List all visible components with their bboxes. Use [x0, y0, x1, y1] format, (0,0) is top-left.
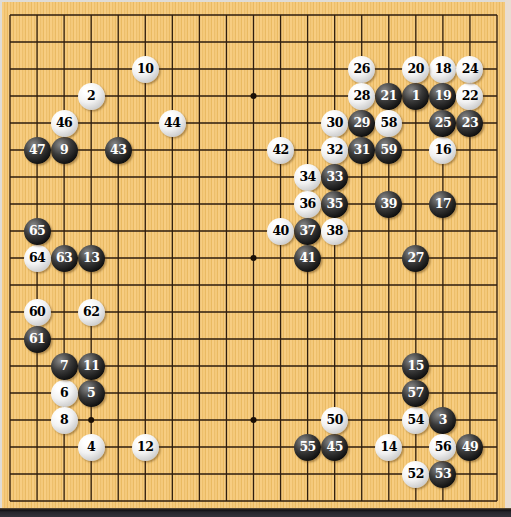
stone-26-white-O17[interactable]: 26 [348, 56, 375, 83]
stone-move-number: 29 [353, 117, 369, 130]
stone-move-number: 30 [326, 117, 342, 130]
stone-30-white-N15[interactable]: 30 [321, 110, 348, 137]
stone-2-white-D16[interactable]: 2 [78, 83, 105, 110]
stone-23-black-S15[interactable]: 23 [456, 110, 483, 137]
stone-move-number: 10 [137, 63, 153, 76]
stone-55-black-M3[interactable]: 55 [294, 434, 321, 461]
stone-move-number: 6 [60, 387, 68, 400]
stone-33-black-N13[interactable]: 33 [321, 164, 348, 191]
stone-move-number: 23 [462, 117, 478, 130]
stone-move-number: 34 [299, 171, 315, 184]
stone-move-number: 15 [408, 360, 424, 373]
stone-move-number: 20 [408, 63, 424, 76]
stone-21-black-P16[interactable]: 21 [375, 83, 402, 110]
stone-move-number: 50 [326, 414, 342, 427]
stone-39-black-O12[interactable]: 39 [375, 191, 402, 218]
stone-move-number: 12 [137, 441, 153, 454]
stone-move-number: 55 [299, 441, 315, 454]
stone-16-white-R14[interactable]: 16 [429, 137, 456, 164]
stone-46-white-C15[interactable]: 46 [51, 110, 78, 137]
stone-44-white-G15[interactable]: 44 [159, 110, 186, 137]
stone-move-number: 21 [381, 90, 397, 103]
stone-58-white-P15[interactable]: 58 [375, 110, 402, 137]
stone-31-black-O14[interactable]: 31 [348, 137, 375, 164]
stone-move-number: 59 [381, 144, 397, 157]
stone-move-number: 52 [408, 468, 424, 481]
stone-19-black-R16[interactable]: 19 [429, 83, 456, 110]
stone-move-number: 27 [408, 252, 424, 265]
stone-move-number: 32 [326, 144, 342, 157]
stone-move-number: 65 [29, 225, 45, 238]
stone-move-number: 11 [83, 360, 99, 373]
stone-1-black-Q16[interactable]: 1 [402, 83, 429, 110]
stone-9-black-C14[interactable]: 9 [51, 137, 78, 164]
stone-move-number: 13 [83, 252, 99, 265]
stone-40-white-L11[interactable]: 40 [267, 218, 294, 245]
stone-62-white-D8[interactable]: 62 [78, 299, 105, 326]
stone-41-black-M10[interactable]: 41 [294, 245, 321, 272]
stone-54-white-Q4[interactable]: 54 [402, 407, 429, 434]
stone-move-number: 63 [56, 252, 72, 265]
stone-37-black-M11[interactable]: 37 [294, 218, 321, 245]
stone-10-white-F17[interactable]: 10 [132, 56, 159, 83]
stone-52-white-Q2[interactable]: 52 [402, 461, 429, 488]
stone-49-black-S3[interactable]: 49 [456, 434, 483, 461]
stone-move-number: 24 [462, 63, 478, 76]
stone-59-black-P14[interactable]: 59 [375, 137, 402, 164]
stone-move-number: 14 [381, 441, 397, 454]
stone-move-number: 25 [435, 117, 451, 130]
stone-45-black-N3[interactable]: 45 [321, 434, 348, 461]
stone-move-number: 1 [412, 90, 420, 103]
stone-34-white-M13[interactable]: 34 [294, 164, 321, 191]
stone-move-number: 41 [299, 252, 315, 265]
stone-13-black-D10[interactable]: 13 [78, 245, 105, 272]
stone-move-number: 61 [29, 333, 45, 346]
stone-64-white-B10[interactable]: 64 [24, 245, 51, 272]
stone-11-black-D6[interactable]: 11 [78, 353, 105, 380]
stone-move-number: 31 [353, 144, 369, 157]
stone-63-black-C10[interactable]: 63 [51, 245, 78, 272]
stone-25-black-R15[interactable]: 25 [429, 110, 456, 137]
stone-20-white-Q17[interactable]: 20 [402, 56, 429, 83]
stone-7-black-C6[interactable]: 7 [51, 353, 78, 380]
stone-move-number: 28 [353, 90, 369, 103]
stone-50-white-N4[interactable]: 50 [321, 407, 348, 434]
stone-move-number: 49 [462, 441, 478, 454]
stone-move-number: 3 [439, 414, 447, 427]
stone-28-white-O16[interactable]: 28 [348, 83, 375, 110]
stone-32-white-N14[interactable]: 32 [321, 137, 348, 164]
stone-move-number: 26 [353, 63, 369, 76]
stone-move-number: 7 [60, 360, 68, 373]
stone-14-white-O3[interactable]: 14 [375, 434, 402, 461]
stone-move-number: 46 [56, 117, 72, 130]
frame-right-edge [505, 0, 511, 508]
stone-6-white-C5[interactable]: 6 [51, 380, 78, 407]
stone-move-number: 38 [326, 225, 342, 238]
stone-move-number: 54 [408, 414, 424, 427]
stone-4-white-D3[interactable]: 4 [78, 434, 105, 461]
stone-move-number: 36 [299, 198, 315, 211]
stone-move-number: 62 [83, 306, 99, 319]
stone-move-number: 57 [408, 387, 424, 400]
stone-move-number: 8 [60, 414, 68, 427]
go-board-window: 1234567891011121314151617181920212223242… [0, 0, 511, 517]
stone-move-number: 43 [110, 144, 126, 157]
stone-move-number: 40 [272, 225, 288, 238]
stone-22-white-S16[interactable]: 22 [456, 83, 483, 110]
stone-5-black-D5[interactable]: 5 [78, 380, 105, 407]
stone-47-black-B14[interactable]: 47 [24, 137, 51, 164]
stone-57-black-Q5[interactable]: 57 [402, 380, 429, 407]
stone-move-number: 2 [87, 90, 95, 103]
stone-move-number: 18 [435, 63, 451, 76]
stone-3-black-R4[interactable]: 3 [429, 407, 456, 434]
stone-35-black-N12[interactable]: 35 [321, 191, 348, 218]
stone-move-number: 16 [435, 144, 451, 157]
stone-42-white-L14[interactable]: 42 [267, 137, 294, 164]
stone-36-white-M12[interactable]: 36 [294, 191, 321, 218]
stone-38-white-N11[interactable]: 38 [321, 218, 348, 245]
stone-27-black-Q10[interactable]: 27 [402, 245, 429, 272]
stone-60-white-B8[interactable]: 60 [24, 299, 51, 326]
stone-24-white-S17[interactable]: 24 [456, 56, 483, 83]
stone-61-black-B7[interactable]: 61 [24, 326, 51, 353]
stone-move-number: 35 [326, 198, 342, 211]
stone-move-number: 64 [29, 252, 45, 265]
stone-move-number: 22 [462, 90, 478, 103]
stone-15-black-Q6[interactable]: 15 [402, 353, 429, 380]
stone-65-black-B11[interactable]: 65 [24, 218, 51, 245]
stone-move-number: 5 [87, 387, 95, 400]
stone-move-number: 4 [87, 441, 95, 454]
stone-move-number: 39 [381, 198, 397, 211]
stone-move-number: 19 [435, 90, 451, 103]
stone-move-number: 9 [60, 144, 68, 157]
stone-move-number: 37 [299, 225, 315, 238]
stone-move-number: 45 [326, 441, 342, 454]
stone-12-white-F3[interactable]: 12 [132, 434, 159, 461]
stone-move-number: 33 [326, 171, 342, 184]
stone-move-number: 17 [435, 198, 451, 211]
stone-8-white-C4[interactable]: 8 [51, 407, 78, 434]
stone-move-number: 58 [381, 117, 397, 130]
stone-move-number: 53 [435, 468, 451, 481]
stone-17-black-R12[interactable]: 17 [429, 191, 456, 218]
frame-bottom-edge [0, 508, 511, 517]
stone-move-number: 47 [29, 144, 45, 157]
stone-move-number: 44 [164, 117, 180, 130]
stone-18-white-R17[interactable]: 18 [429, 56, 456, 83]
stone-29-black-O15[interactable]: 29 [348, 110, 375, 137]
stone-53-black-R2[interactable]: 53 [429, 461, 456, 488]
stone-move-number: 42 [272, 144, 288, 157]
stone-move-number: 56 [435, 441, 451, 454]
stone-43-black-E14[interactable]: 43 [105, 137, 132, 164]
stone-move-number: 60 [29, 306, 45, 319]
stone-56-white-R3[interactable]: 56 [429, 434, 456, 461]
